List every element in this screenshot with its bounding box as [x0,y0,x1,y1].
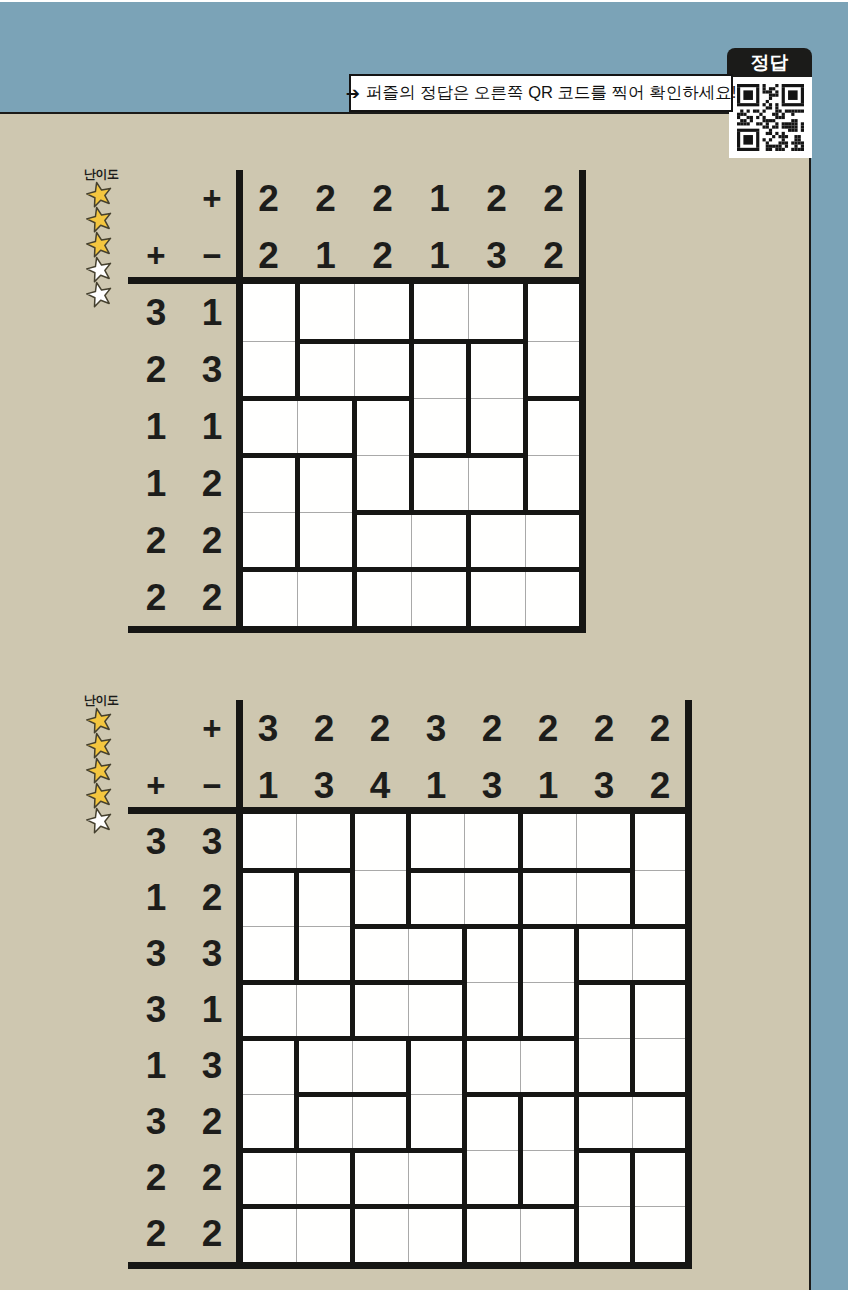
col-clue-minus: 1 [297,227,354,284]
cell-r8c3[interactable] [355,1209,405,1259]
cell-r2c3[interactable] [357,344,408,395]
cell-r5c6[interactable] [523,1041,573,1091]
row-clue-plus: 3 [128,284,184,341]
cell-r7c7[interactable] [579,1153,629,1203]
cell-r3c5[interactable] [467,929,517,979]
cell-r3c4[interactable] [414,401,465,452]
cell-r4c4[interactable] [411,985,461,1035]
answer-tab-label: 정답 [751,52,789,73]
cell-r3c1[interactable] [243,929,293,979]
cell-r7c3[interactable] [355,1153,405,1203]
col-clue-minus: 2 [240,227,297,284]
cell-r3c8[interactable] [635,929,685,979]
cell-r8c2[interactable] [299,1209,349,1259]
row-clue-minus: 2 [184,870,240,926]
cell-r6c7[interactable] [579,1097,629,1147]
col-clue-plus: 2 [464,700,520,757]
cell-r6c4[interactable] [414,572,465,623]
top-white-line [0,0,848,2]
difficulty-label: 난이도 [84,692,126,709]
cell-r3c5[interactable] [471,401,522,452]
cell-r8c4[interactable] [411,1209,461,1259]
col-clue-plus: 2 [525,170,582,227]
row-clue-plus: 2 [128,1150,184,1206]
cell-r2c1[interactable] [243,873,293,923]
cell-r1c7[interactable] [579,817,629,867]
cell-r1c3[interactable] [357,287,408,338]
cell-r6c1[interactable] [243,1097,293,1147]
difficulty-label: 난이도 [84,166,126,183]
cell-r1c4[interactable] [414,287,465,338]
cell-r1c4[interactable] [411,817,461,867]
cell-r1c6[interactable] [528,287,579,338]
col-clue-minus: 3 [464,757,520,814]
col-clue-minus: 2 [525,227,582,284]
row-clue-minus: 3 [184,1038,240,1094]
cell-r1c2[interactable] [300,287,351,338]
col-clue-minus: 1 [240,757,296,814]
cell-r6c1[interactable] [243,572,294,623]
star-filled-icon [84,707,115,735]
cell-r5c2[interactable] [299,1041,349,1091]
row-clue-minus: 3 [184,926,240,982]
star-filled-icon [84,231,115,259]
cell-r4c7[interactable] [579,985,629,1035]
cell-r5c2[interactable] [300,515,351,566]
star-filled-icon [84,732,115,760]
cell-r5c4[interactable] [411,1041,461,1091]
row-clue-plus: 1 [128,1038,184,1094]
cell-r6c2[interactable] [299,1097,349,1147]
plus-symbol: + [184,700,240,757]
cell-r4c5[interactable] [467,985,517,1035]
col-clue-minus: 1 [411,227,468,284]
row-clue-minus: 3 [184,341,240,398]
cell-r4c2[interactable] [300,458,351,509]
cell-r6c2[interactable] [300,572,351,623]
cell-r2c3[interactable] [355,873,405,923]
col-clue-plus: 2 [354,170,411,227]
notice-strip: ➔ 퍼즐의 정답은 오른쪽 QR 코드를 찍어 확인하세요! [349,74,733,112]
row-clue-plus: 2 [128,341,184,398]
cell-r5c4[interactable] [414,515,465,566]
star-empty-icon [84,807,115,835]
cell-r3c3[interactable] [355,929,405,979]
col-clue-minus: 3 [576,757,632,814]
cell-r5c7[interactable] [579,1041,629,1091]
cell-r1c1[interactable] [243,287,294,338]
cell-r4c2[interactable] [299,985,349,1035]
star-filled-icon [84,782,115,810]
row-clue-minus: 2 [184,1150,240,1206]
cell-r5c5[interactable] [471,515,522,566]
star-empty-icon [84,281,115,309]
cell-r5c3[interactable] [355,1041,405,1091]
notice-text: 퍼즐의 정답은 오른쪽 QR 코드를 찍어 확인하세요! [366,82,736,104]
row-clue-plus: 3 [128,1094,184,1150]
arrow-right-icon: ➔ [346,83,360,104]
cell-r5c3[interactable] [357,515,408,566]
col-clue-minus: 2 [632,757,688,814]
star-filled-icon [84,181,115,209]
cell-r3c1[interactable] [243,401,294,452]
cell-r6c8[interactable] [635,1097,685,1147]
col-clue-plus: 2 [297,170,354,227]
cell-r5c1[interactable] [243,1041,293,1091]
cell-r7c2[interactable] [299,1153,349,1203]
difficulty-widget-1: 난이도 [82,166,126,309]
cell-r3c6[interactable] [523,929,573,979]
col-clue-plus: 2 [240,170,297,227]
cell-r4c8[interactable] [635,985,685,1035]
cell-r6c5[interactable] [467,1097,517,1147]
col-clue-plus: 2 [632,700,688,757]
col-clue-plus: 3 [240,700,296,757]
cell-r2c4[interactable] [414,344,465,395]
row-clue-minus: 1 [184,284,240,341]
cell-r7c1[interactable] [243,1153,293,1203]
star-filled-icon [84,206,115,234]
cell-r5c8[interactable] [635,1041,685,1091]
cell-r7c8[interactable] [635,1153,685,1203]
minus-symbol: − [184,227,240,284]
cell-r2c5[interactable] [471,344,522,395]
cell-r1c8[interactable] [635,817,685,867]
cell-r5c5[interactable] [467,1041,517,1091]
col-clue-plus: 2 [296,700,352,757]
cell-r3c7[interactable] [579,929,629,979]
cell-r3c4[interactable] [411,929,461,979]
row-clue-plus: 1 [128,398,184,455]
cell-r2c4[interactable] [411,873,461,923]
row-clue-plus: 3 [128,926,184,982]
row-clue-plus: 2 [128,512,184,569]
row-clue-plus: 3 [128,982,184,1038]
col-clue-minus: 1 [408,757,464,814]
cell-r2c8[interactable] [635,873,685,923]
cell-r6c3[interactable] [357,572,408,623]
row-clue-plus: 1 [128,870,184,926]
cell-r2c1[interactable] [243,344,294,395]
row-clue-minus: 2 [184,1206,240,1262]
qr-code [737,84,804,151]
cell-r2c6[interactable] [523,873,573,923]
cell-r2c6[interactable] [528,344,579,395]
magnets-board-1: 222122112322++−312311122222 [128,170,590,634]
cell-r1c5[interactable] [467,817,517,867]
cell-r4c4[interactable] [414,458,465,509]
row-clue-plus: 2 [128,1206,184,1262]
cell-r5c6[interactable] [528,515,579,566]
cell-r2c2[interactable] [299,873,349,923]
col-clue-plus: 2 [468,170,525,227]
cell-r2c5[interactable] [467,873,517,923]
cell-r5c1[interactable] [243,515,294,566]
cell-r6c5[interactable] [471,572,522,623]
cell-r4c3[interactable] [357,458,408,509]
plus-symbol: + [128,757,184,814]
col-clue-minus: 4 [352,757,408,814]
qr-box [729,77,812,158]
col-clue-plus: 2 [352,700,408,757]
page: 정답 ➔ 퍼즐의 정답은 오른쪽 QR 코드를 찍어 확인하세요! 난이도 22… [0,0,848,1290]
row-clue-minus: 2 [184,569,240,626]
answer-tab: 정답 [727,48,812,77]
cell-r2c2[interactable] [300,344,351,395]
cell-r4c5[interactable] [471,458,522,509]
col-clue-plus: 2 [576,700,632,757]
cell-r7c4[interactable] [411,1153,461,1203]
cell-r1c2[interactable] [299,817,349,867]
cell-r4c6[interactable] [523,985,573,1035]
col-clue-plus: 1 [411,170,468,227]
cell-r1c3[interactable] [355,817,405,867]
magnets-board-2: 3123243123212322++−3312333113322222 [128,700,696,1270]
grid-bottom-border [128,626,586,633]
cell-r8c5[interactable] [467,1209,517,1259]
plus-symbol: + [184,170,240,227]
col-clue-minus: 3 [468,227,525,284]
col-clue-plus: 3 [408,700,464,757]
cell-r7c6[interactable] [523,1153,573,1203]
cell-r4c3[interactable] [355,985,405,1035]
cell-r6c3[interactable] [355,1097,405,1147]
row-clue-plus: 2 [128,569,184,626]
row-clue-plus: 3 [128,814,184,870]
cell-r1c6[interactable] [523,817,573,867]
row-clue-minus: 2 [184,1094,240,1150]
col-clue-minus: 3 [296,757,352,814]
minus-symbol: − [184,757,240,814]
cell-r3c3[interactable] [357,401,408,452]
grid-bottom-border [128,1262,692,1269]
cell-r3c2[interactable] [299,929,349,979]
cell-r8c8[interactable] [635,1209,685,1259]
cell-r4c1[interactable] [243,458,294,509]
cell-r3c2[interactable] [300,401,351,452]
cell-r4c1[interactable] [243,985,293,1035]
cell-r6c6[interactable] [523,1097,573,1147]
cell-r7c5[interactable] [467,1153,517,1203]
row-clue-minus: 2 [184,455,240,512]
row-clue-minus: 1 [184,398,240,455]
row-clue-plus: 1 [128,455,184,512]
cell-r1c1[interactable] [243,817,293,867]
star-filled-icon [84,757,115,785]
col-clue-minus: 1 [520,757,576,814]
cell-r8c6[interactable] [523,1209,573,1259]
plus-symbol: + [128,227,184,284]
cell-r4c6[interactable] [528,458,579,509]
cell-r6c4[interactable] [411,1097,461,1147]
cell-r8c7[interactable] [579,1209,629,1259]
col-clue-minus: 2 [354,227,411,284]
star-empty-icon [84,256,115,284]
col-clue-plus: 2 [520,700,576,757]
cell-r1c5[interactable] [471,287,522,338]
row-clue-minus: 3 [184,814,240,870]
cell-r3c6[interactable] [528,401,579,452]
row-clue-minus: 2 [184,512,240,569]
cell-r8c1[interactable] [243,1209,293,1259]
difficulty-widget-2: 난이도 [82,692,126,835]
cell-r2c7[interactable] [579,873,629,923]
row-clue-minus: 1 [184,982,240,1038]
cell-r6c6[interactable] [528,572,579,623]
